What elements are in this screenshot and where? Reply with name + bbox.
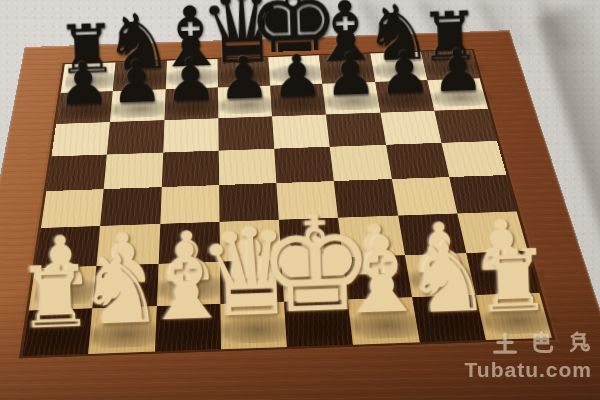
square-e5[interactable] (274, 147, 334, 183)
square-b6[interactable] (107, 120, 164, 154)
scene-3d: ♜♞♝♛♚♝♞♜♟♟♟♟♟♟♟♟♟♟♟♟♟♟♟♟♜♞♝♛♚♝♞♜ (0, 0, 600, 400)
camera-roll: ♜♞♝♛♚♝♞♜♟♟♟♟♟♟♟♟♟♟♟♟♟♟♟♟♜♞♝♛♚♝♞♜ (0, 0, 600, 400)
square-c5[interactable] (161, 151, 219, 188)
square-e6[interactable] (272, 114, 330, 148)
square-d6[interactable] (218, 116, 274, 150)
square-a6[interactable] (51, 122, 110, 156)
square-g5[interactable] (386, 143, 449, 179)
square-g6[interactable] (380, 111, 441, 145)
square-h7[interactable]: ♟ (427, 78, 488, 110)
board-squares: ♜♞♝♛♚♝♞♜♟♟♟♟♟♟♟♟♟♟♟♟♟♟♟♟♜♞♝♛♚♝♞♜ (22, 50, 552, 356)
square-b5[interactable] (104, 152, 163, 189)
piece-black-pawn-h7[interactable]: ♟ (335, 37, 579, 104)
chess-photo: ♜♞♝♛♚♝♞♜♟♟♟♟♟♟♟♟♟♟♟♟♟♟♟♟♜♞♝♛♚♝♞♜ 土巴兔 Tub… (0, 0, 600, 400)
square-f6[interactable] (326, 112, 385, 146)
square-a5[interactable] (46, 154, 107, 191)
piece-white-rook-h1[interactable]: ♜ (364, 233, 600, 328)
square-h5[interactable] (441, 141, 506, 177)
square-d5[interactable] (218, 149, 276, 185)
chess-board[interactable]: ♜♞♝♛♚♝♞♜♟♟♟♟♟♟♟♟♟♟♟♟♟♟♟♟♜♞♝♛♚♝♞♜ (0, 31, 600, 400)
square-h6[interactable] (434, 109, 497, 143)
square-c6[interactable] (163, 118, 219, 152)
square-f5[interactable] (330, 145, 392, 181)
